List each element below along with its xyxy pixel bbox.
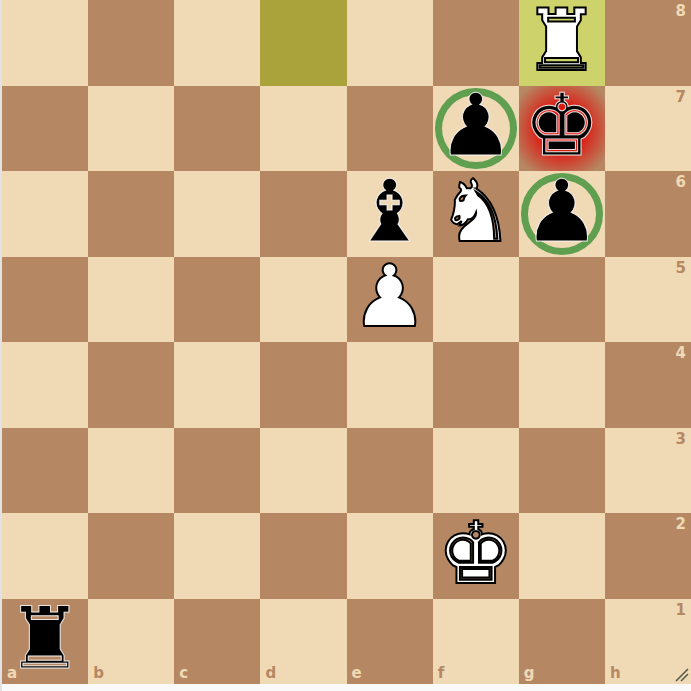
white-pawn[interactable]: ♟ [347, 254, 433, 340]
white-knight[interactable]: ♞ [433, 168, 519, 254]
square-f6[interactable]: ♞ [433, 171, 519, 257]
file-label-e: e [352, 664, 362, 682]
square-g3[interactable] [519, 428, 605, 514]
square-h5[interactable]: 5 [605, 257, 691, 343]
file-label-c: c [179, 664, 188, 682]
square-a3[interactable] [2, 428, 88, 514]
square-g7[interactable]: ♚ [519, 86, 605, 172]
rank-label-3: 3 [676, 430, 686, 448]
rank-label-2: 2 [676, 515, 686, 533]
rank-label-4: 4 [676, 344, 686, 362]
square-c5[interactable] [174, 257, 260, 343]
file-label-f: f [438, 664, 445, 682]
square-f4[interactable] [433, 342, 519, 428]
board-resize-handle-icon[interactable] [672, 665, 690, 683]
square-a8[interactable] [2, 0, 88, 86]
square-f1[interactable]: f [433, 599, 519, 685]
square-a2[interactable] [2, 513, 88, 599]
square-d1[interactable]: d [260, 599, 346, 685]
square-g4[interactable] [519, 342, 605, 428]
square-c8[interactable] [174, 0, 260, 86]
square-f2[interactable]: ♚ [433, 513, 519, 599]
chess-board: ♜8♟♚7♝♞♟6♟543♚2♜abcdefg1h [2, 0, 691, 684]
square-f3[interactable] [433, 428, 519, 514]
square-b6[interactable] [88, 171, 174, 257]
black-pawn[interactable]: ♟ [433, 83, 519, 169]
file-label-g: g [524, 664, 535, 682]
square-h7[interactable]: 7 [605, 86, 691, 172]
square-e8[interactable] [347, 0, 433, 86]
square-e6[interactable]: ♝ [347, 171, 433, 257]
square-e4[interactable] [347, 342, 433, 428]
square-b4[interactable] [88, 342, 174, 428]
rank-label-5: 5 [676, 259, 686, 277]
rank-label-7: 7 [676, 88, 686, 106]
square-d2[interactable] [260, 513, 346, 599]
square-d7[interactable] [260, 86, 346, 172]
square-h3[interactable]: 3 [605, 428, 691, 514]
square-g2[interactable] [519, 513, 605, 599]
square-g6[interactable]: ♟ [519, 171, 605, 257]
file-label-h: h [610, 664, 621, 682]
square-d5[interactable] [260, 257, 346, 343]
square-c7[interactable] [174, 86, 260, 172]
square-h6[interactable]: 6 [605, 171, 691, 257]
square-b3[interactable] [88, 428, 174, 514]
square-a6[interactable] [2, 171, 88, 257]
square-a4[interactable] [2, 342, 88, 428]
square-g1[interactable]: g [519, 599, 605, 685]
square-c2[interactable] [174, 513, 260, 599]
square-b2[interactable] [88, 513, 174, 599]
square-f5[interactable] [433, 257, 519, 343]
square-a1[interactable]: ♜a [2, 599, 88, 685]
square-c4[interactable] [174, 342, 260, 428]
square-a5[interactable] [2, 257, 88, 343]
black-pawn[interactable]: ♟ [519, 168, 605, 254]
square-h8[interactable]: 8 [605, 0, 691, 86]
square-g8[interactable]: ♜ [519, 0, 605, 86]
square-e5[interactable]: ♟ [347, 257, 433, 343]
square-b5[interactable] [88, 257, 174, 343]
square-f7[interactable]: ♟ [433, 86, 519, 172]
square-c3[interactable] [174, 428, 260, 514]
square-h4[interactable]: 4 [605, 342, 691, 428]
square-c6[interactable] [174, 171, 260, 257]
white-king[interactable]: ♚ [433, 510, 519, 596]
square-b1[interactable]: b [88, 599, 174, 685]
square-h2[interactable]: 2 [605, 513, 691, 599]
square-c1[interactable]: c [174, 599, 260, 685]
square-f8[interactable] [433, 0, 519, 86]
square-d3[interactable] [260, 428, 346, 514]
square-g5[interactable] [519, 257, 605, 343]
rank-label-8: 8 [676, 2, 686, 20]
square-d6[interactable] [260, 171, 346, 257]
black-rook[interactable]: ♜ [2, 596, 88, 682]
white-rook[interactable]: ♜ [519, 0, 605, 83]
square-d4[interactable] [260, 342, 346, 428]
square-d8[interactable] [260, 0, 346, 86]
square-e3[interactable] [347, 428, 433, 514]
square-b7[interactable] [88, 86, 174, 172]
square-a7[interactable] [2, 86, 88, 172]
black-bishop[interactable]: ♝ [347, 168, 433, 254]
square-b8[interactable] [88, 0, 174, 86]
file-label-b: b [93, 664, 104, 682]
black-king[interactable]: ♚ [519, 83, 605, 169]
square-e2[interactable] [347, 513, 433, 599]
file-label-d: d [265, 664, 276, 682]
square-e7[interactable] [347, 86, 433, 172]
square-e1[interactable]: e [347, 599, 433, 685]
rank-label-1: 1 [676, 601, 686, 619]
rank-label-6: 6 [676, 173, 686, 191]
